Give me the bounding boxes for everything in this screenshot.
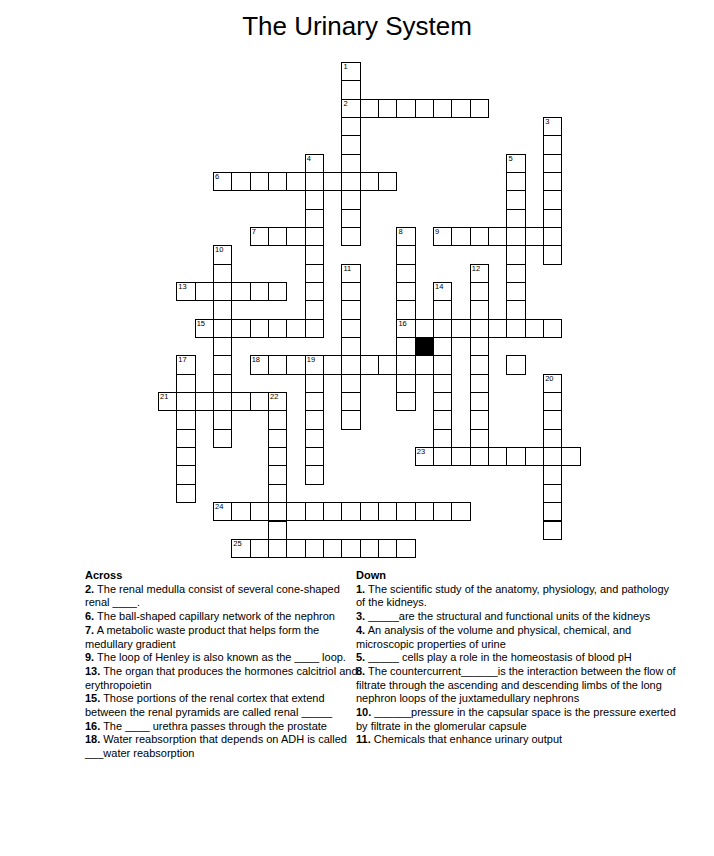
cell-number: 14 <box>435 282 443 291</box>
crossword-cell[interactable] <box>378 172 397 191</box>
crossword-cell[interactable] <box>543 410 562 429</box>
crossword-cell[interactable]: 10 <box>213 245 232 264</box>
crossword-cell[interactable] <box>176 374 195 393</box>
crossword-cell[interactable] <box>250 502 269 521</box>
crossword-cell[interactable] <box>506 355 525 374</box>
crossword-cell[interactable] <box>506 190 525 209</box>
crossword-cell[interactable] <box>543 319 562 338</box>
cell-number: 10 <box>215 245 223 254</box>
crossword-cell[interactable] <box>378 539 397 558</box>
crossword-cell[interactable] <box>341 355 360 374</box>
crossword-cell[interactable] <box>396 282 415 301</box>
crossword-cell[interactable] <box>543 172 562 191</box>
cell-number: 22 <box>270 392 278 401</box>
crossword-cell[interactable] <box>543 135 562 154</box>
crossword-cell[interactable] <box>341 154 360 173</box>
crossword-cell[interactable] <box>525 227 544 246</box>
clue-item: 5. _____ cells play a role in the homeos… <box>356 651 678 665</box>
crossword-cell[interactable] <box>213 337 232 356</box>
crossword-cell[interactable]: 8 <box>396 227 415 246</box>
crossword-cell[interactable] <box>176 465 195 484</box>
crossword-cell[interactable] <box>305 209 324 228</box>
crossword-cell[interactable] <box>341 282 360 301</box>
black-cell <box>415 337 434 356</box>
crossword-cell[interactable] <box>305 264 324 283</box>
crossword-cell[interactable] <box>305 429 324 448</box>
clue-item: 9. The loop of Henley is also known as t… <box>85 651 361 665</box>
crossword-cell[interactable] <box>396 300 415 319</box>
crossword-cell[interactable] <box>415 319 434 338</box>
crossword-cell[interactable] <box>543 245 562 264</box>
crossword-cell[interactable] <box>305 245 324 264</box>
crossword-cell[interactable] <box>543 429 562 448</box>
crossword-cell[interactable] <box>305 539 324 558</box>
crossword-cell[interactable] <box>305 282 324 301</box>
clue-item: 8. The countercurrent______is the intera… <box>356 665 678 706</box>
crossword-cell[interactable] <box>470 337 489 356</box>
cell-number: 2 <box>343 99 347 108</box>
cell-number: 16 <box>398 319 406 328</box>
crossword-grid: 1234567891011121314151617181920212223242… <box>158 62 581 558</box>
cell-number: 1 <box>343 62 347 71</box>
crossword-cell[interactable] <box>213 429 232 448</box>
clue-item: 2. The renal medulla consist of several … <box>85 583 361 610</box>
crossword-cell[interactable] <box>231 502 250 521</box>
crossword-cell[interactable] <box>286 502 305 521</box>
crossword-cell[interactable] <box>250 282 269 301</box>
clue-item: 18. Water reabsorption that depends on A… <box>85 733 361 760</box>
crossword-cell[interactable] <box>378 502 397 521</box>
crossword-cell[interactable] <box>195 392 214 411</box>
cell-number: 4 <box>307 154 311 163</box>
crossword-cell[interactable] <box>341 337 360 356</box>
crossword-cell[interactable] <box>543 465 562 484</box>
crossword-cell[interactable] <box>176 429 195 448</box>
crossword-cell[interactable] <box>176 410 195 429</box>
crossword-cell[interactable] <box>286 539 305 558</box>
cell-number: 21 <box>160 392 168 401</box>
crossword-cell[interactable]: 15 <box>195 319 214 338</box>
down-clue-list: 1. The scientific study of the anatomy, … <box>356 583 678 747</box>
crossword-cell[interactable] <box>250 319 269 338</box>
crossword-cell[interactable] <box>433 502 452 521</box>
crossword-cell[interactable] <box>396 337 415 356</box>
crossword-cell[interactable] <box>213 392 232 411</box>
crossword-cell[interactable] <box>506 264 525 283</box>
crossword-cell[interactable]: 2 <box>341 99 360 118</box>
crossword-cell[interactable] <box>525 319 544 338</box>
clue-item: 4. An analysis of the volume and physica… <box>356 624 678 651</box>
cell-number: 23 <box>417 447 425 456</box>
crossword-cell[interactable] <box>176 447 195 466</box>
crossword-cell[interactable] <box>543 190 562 209</box>
crossword-cell[interactable]: 5 <box>506 154 525 173</box>
crossword-cell[interactable] <box>506 319 525 338</box>
crossword-cell[interactable] <box>488 447 507 466</box>
crossword-cell[interactable] <box>268 172 287 191</box>
crossword-cell[interactable] <box>305 300 324 319</box>
crossword-cell[interactable] <box>543 521 562 540</box>
crossword-cell[interactable] <box>506 300 525 319</box>
cell-number: 20 <box>545 374 553 383</box>
crossword-cell[interactable] <box>543 154 562 173</box>
crossword-cell[interactable] <box>396 264 415 283</box>
crossword-cell[interactable] <box>451 319 470 338</box>
crossword-cell[interactable] <box>250 539 269 558</box>
crossword-cell[interactable] <box>268 447 287 466</box>
crossword-cell[interactable] <box>543 447 562 466</box>
down-clues: Down 1. The scientific study of the anat… <box>356 569 678 747</box>
crossword-cell[interactable] <box>506 282 525 301</box>
crossword-cell[interactable] <box>341 392 360 411</box>
page-title: The Urinary System <box>0 11 714 42</box>
cell-number: 12 <box>472 264 480 273</box>
crossword-cell[interactable] <box>451 447 470 466</box>
crossword-cell[interactable] <box>231 319 250 338</box>
clue-item: 11. Chemicals that enhance urinary outpu… <box>356 733 678 747</box>
crossword-cell[interactable] <box>268 484 287 503</box>
crossword-cell[interactable]: 13 <box>176 282 195 301</box>
cell-number: 25 <box>233 539 241 548</box>
crossword-cell[interactable] <box>433 447 452 466</box>
crossword-cell[interactable] <box>396 539 415 558</box>
crossword-cell[interactable] <box>470 374 489 393</box>
crossword-cell[interactable] <box>268 410 287 429</box>
crossword-cell[interactable]: 20 <box>543 374 562 393</box>
crossword-cell[interactable] <box>286 319 305 338</box>
across-clue-list: 2. The renal medulla consist of several … <box>85 583 361 761</box>
crossword-cell[interactable] <box>433 99 452 118</box>
crossword-cell[interactable]: 18 <box>250 355 269 374</box>
clue-item: 13. The organ that produces the hormones… <box>85 665 361 692</box>
clue-item: 10. ______pressure in the capsular space… <box>356 706 678 733</box>
crossword-cell[interactable] <box>305 410 324 429</box>
crossword-cell[interactable] <box>470 282 489 301</box>
crossword-cell[interactable] <box>360 502 379 521</box>
crossword-cell[interactable] <box>433 300 452 319</box>
crossword-cell[interactable] <box>433 337 452 356</box>
crossword-cell[interactable] <box>543 392 562 411</box>
crossword-cell[interactable] <box>360 172 379 191</box>
crossword-cell[interactable] <box>561 447 580 466</box>
crossword-cell[interactable] <box>396 502 415 521</box>
crossword-cell[interactable] <box>396 99 415 118</box>
crossword-cell[interactable] <box>268 282 287 301</box>
crossword-cell[interactable]: 17 <box>176 355 195 374</box>
crossword-cell[interactable] <box>470 319 489 338</box>
crossword-cell[interactable] <box>396 374 415 393</box>
crossword-cell[interactable] <box>470 447 489 466</box>
crossword-cell[interactable] <box>451 502 470 521</box>
crossword-cell[interactable] <box>433 410 452 429</box>
crossword-cell[interactable] <box>305 319 324 338</box>
cell-number: 9 <box>435 227 439 236</box>
crossword-cell[interactable] <box>268 355 287 374</box>
crossword-cell[interactable] <box>451 227 470 246</box>
crossword-cell[interactable] <box>341 190 360 209</box>
crossword-cell[interactable] <box>470 429 489 448</box>
crossword-cell[interactable] <box>305 392 324 411</box>
crossword-cell[interactable] <box>341 117 360 136</box>
crossword-cell[interactable] <box>506 172 525 191</box>
cell-number: 7 <box>252 227 256 236</box>
crossword-cell[interactable] <box>470 227 489 246</box>
crossword-cell[interactable]: 24 <box>213 502 232 521</box>
crossword-cell[interactable] <box>543 502 562 521</box>
crossword-cell[interactable] <box>543 484 562 503</box>
crossword-cell[interactable] <box>341 410 360 429</box>
cell-number: 8 <box>398 227 402 236</box>
crossword-cell[interactable] <box>268 465 287 484</box>
crossword-cell[interactable] <box>213 282 232 301</box>
crossword-cell[interactable] <box>396 245 415 264</box>
crossword-cell[interactable] <box>470 99 489 118</box>
crossword-cell[interactable] <box>268 227 287 246</box>
crossword-cell[interactable] <box>543 227 562 246</box>
crossword-cell[interactable] <box>341 227 360 246</box>
cell-number: 11 <box>343 264 351 273</box>
crossword-cell[interactable] <box>433 374 452 393</box>
crossword-cell[interactable] <box>286 227 305 246</box>
crossword-cell[interactable] <box>341 374 360 393</box>
clue-item: 6. The ball-shaped capillary network of … <box>85 610 361 624</box>
crossword-cell[interactable] <box>470 300 489 319</box>
crossword-cell[interactable] <box>543 209 562 228</box>
crossword-cell[interactable] <box>231 172 250 191</box>
crossword-cell[interactable] <box>268 429 287 448</box>
crossword-cell[interactable] <box>176 484 195 503</box>
crossword-cell[interactable] <box>305 172 324 191</box>
crossword-cell[interactable] <box>341 209 360 228</box>
crossword-cell[interactable] <box>451 99 470 118</box>
crossword-cell[interactable]: 9 <box>433 227 452 246</box>
crossword-cell[interactable] <box>433 392 452 411</box>
crossword-cell[interactable] <box>360 99 379 118</box>
crossword-cell[interactable] <box>378 355 397 374</box>
crossword-cell[interactable] <box>305 190 324 209</box>
crossword-cell[interactable] <box>213 300 232 319</box>
crossword-cell[interactable] <box>213 319 232 338</box>
cell-number: 19 <box>307 355 315 364</box>
cell-number: 18 <box>252 355 260 364</box>
crossword-cell[interactable]: 21 <box>158 392 177 411</box>
crossword-cell[interactable] <box>415 355 434 374</box>
crossword-cell[interactable]: 7 <box>250 227 269 246</box>
crossword-cell[interactable] <box>470 392 489 411</box>
cell-number: 6 <box>215 172 219 181</box>
crossword-cell[interactable] <box>415 99 434 118</box>
crossword-cell[interactable] <box>286 355 305 374</box>
crossword-cell[interactable] <box>250 392 269 411</box>
crossword-cell[interactable] <box>415 502 434 521</box>
crossword-cell[interactable] <box>213 374 232 393</box>
crossword-cell[interactable] <box>268 539 287 558</box>
crossword-cell[interactable]: 1 <box>341 62 360 81</box>
crossword-cell[interactable] <box>195 282 214 301</box>
crossword-cell[interactable] <box>231 392 250 411</box>
crossword-cell[interactable] <box>396 392 415 411</box>
crossword-cell[interactable]: 11 <box>341 264 360 283</box>
crossword-cell[interactable] <box>433 319 452 338</box>
crossword-cell[interactable] <box>396 355 415 374</box>
crossword-cell[interactable] <box>433 429 452 448</box>
crossword-cell[interactable] <box>323 355 342 374</box>
crossword-cell[interactable] <box>213 355 232 374</box>
across-header: Across <box>85 569 361 583</box>
crossword-cell[interactable] <box>213 264 232 283</box>
cell-number: 17 <box>178 355 186 364</box>
crossword-cell[interactable]: 16 <box>396 319 415 338</box>
crossword-cell[interactable] <box>341 172 360 191</box>
crossword-cell[interactable] <box>488 227 507 246</box>
crossword-cell[interactable] <box>305 447 324 466</box>
crossword-cell[interactable] <box>268 521 287 540</box>
clue-item: 7. A metabolic waste product that helps … <box>85 624 361 651</box>
crossword-cell[interactable] <box>268 319 287 338</box>
crossword-cell[interactable]: 19 <box>305 355 324 374</box>
crossword-cell[interactable] <box>341 300 360 319</box>
crossword-cell[interactable]: 12 <box>470 264 489 283</box>
crossword-cell[interactable]: 25 <box>231 539 250 558</box>
crossword-cell[interactable] <box>378 99 397 118</box>
crossword-cell[interactable] <box>341 539 360 558</box>
clue-item: 3. _____are the structural and functiona… <box>356 610 678 624</box>
crossword-cell[interactable] <box>341 80 360 99</box>
cell-number: 3 <box>545 117 549 126</box>
crossword-cell[interactable]: 22 <box>268 392 287 411</box>
clue-item: 15. Those portions of the renal cortex t… <box>85 692 361 719</box>
crossword-cell[interactable] <box>506 245 525 264</box>
crossword-cell[interactable] <box>250 172 269 191</box>
crossword-cell[interactable] <box>323 539 342 558</box>
crossword-cell[interactable] <box>286 172 305 191</box>
crossword-cell[interactable] <box>470 410 489 429</box>
cell-number: 24 <box>215 502 223 511</box>
crossword-cell[interactable] <box>323 502 342 521</box>
crossword-cell[interactable] <box>506 209 525 228</box>
crossword-cell[interactable] <box>433 355 452 374</box>
crossword-cell[interactable]: 6 <box>213 172 232 191</box>
crossword-cell[interactable] <box>305 374 324 393</box>
crossword-cell[interactable]: 14 <box>433 282 452 301</box>
crossword-cell[interactable] <box>323 172 342 191</box>
crossword-cell[interactable] <box>488 319 507 338</box>
crossword-cell[interactable] <box>341 502 360 521</box>
crossword-cell[interactable] <box>341 135 360 154</box>
crossword-cell[interactable] <box>305 502 324 521</box>
crossword-cell[interactable] <box>231 282 250 301</box>
crossword-cell[interactable] <box>470 355 489 374</box>
crossword-cell[interactable] <box>360 539 379 558</box>
crossword-cell[interactable] <box>213 410 232 429</box>
crossword-cell[interactable] <box>305 227 324 246</box>
across-clues: Across 2. The renal medulla consist of s… <box>85 569 361 761</box>
crossword-cell[interactable] <box>506 447 525 466</box>
crossword-cell[interactable]: 3 <box>543 117 562 136</box>
crossword-cell[interactable] <box>525 447 544 466</box>
crossword-cell[interactable] <box>176 392 195 411</box>
down-header: Down <box>356 569 678 583</box>
cell-number: 15 <box>197 319 205 328</box>
cell-number: 5 <box>508 154 512 163</box>
crossword-cell[interactable] <box>506 227 525 246</box>
crossword-cell[interactable]: 23 <box>415 447 434 466</box>
crossword-cell[interactable]: 4 <box>305 154 324 173</box>
crossword-cell[interactable] <box>305 465 324 484</box>
clue-item: 1. The scientific study of the anatomy, … <box>356 583 678 610</box>
crossword-cell[interactable] <box>268 502 287 521</box>
clue-item: 16. The ____ urethra passes through the … <box>85 720 361 734</box>
crossword-cell[interactable] <box>360 355 379 374</box>
cell-number: 13 <box>178 282 186 291</box>
crossword-cell[interactable] <box>341 319 360 338</box>
